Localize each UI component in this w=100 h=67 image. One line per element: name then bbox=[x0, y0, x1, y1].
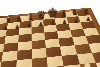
chess-board bbox=[0, 8, 100, 67]
square-b2 bbox=[0, 60, 17, 67]
board-grid bbox=[0, 10, 100, 67]
board-scene bbox=[0, 8, 100, 67]
photo-canvas: ♜♞♝♛♚♝♞♜♟♟♟♟♟♟♟♟♟♟ bbox=[0, 0, 100, 67]
square-c2 bbox=[16, 59, 32, 67]
square-d2 bbox=[32, 57, 48, 67]
square-h1 bbox=[96, 61, 100, 67]
chessboard-photo: ♜♞♝♛♚♝♞♜♟♟♟♟♟♟♟♟♟♟ bbox=[0, 0, 100, 67]
